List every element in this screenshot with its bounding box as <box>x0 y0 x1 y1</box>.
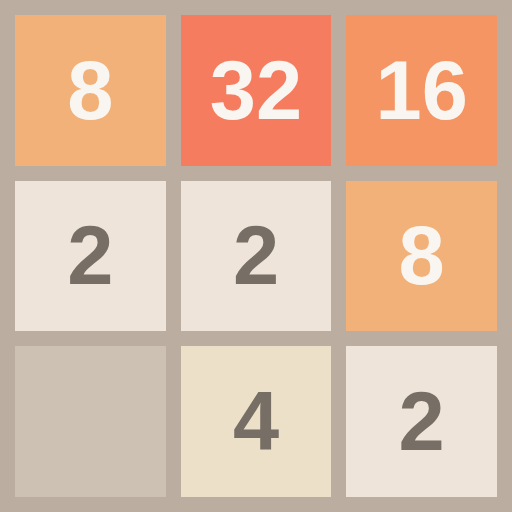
tile-2-r2c2: 2 <box>346 346 497 497</box>
tile-8-r1c2: 8 <box>346 181 497 332</box>
tile-2-r1c0: 2 <box>15 181 166 332</box>
2048-board[interactable]: 8321622842 <box>0 0 512 512</box>
empty-cell-r2c0 <box>15 346 166 497</box>
tile-4-r2c1: 4 <box>181 346 332 497</box>
tile-16-r0c2: 16 <box>346 15 497 166</box>
tile-2-r1c1: 2 <box>181 181 332 332</box>
tile-8-r0c0: 8 <box>15 15 166 166</box>
tile-32-r0c1: 32 <box>181 15 332 166</box>
